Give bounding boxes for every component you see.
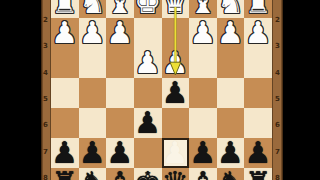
rank-label-left-6: 6 (40, 121, 51, 129)
square-b5 (217, 78, 245, 108)
square-c2: ♟ (189, 18, 217, 48)
rank-label-right-4: 4 (272, 69, 283, 77)
square-g5 (79, 78, 107, 108)
rank-label-right-2: 2 (272, 16, 283, 24)
white-pawn-h2: ♟ (51, 18, 78, 48)
square-d6 (162, 108, 190, 138)
square-c7: ♟ (189, 138, 217, 168)
square-g6 (79, 108, 107, 138)
square-e1: ♚ (134, 0, 162, 18)
square-g2: ♟ (79, 18, 107, 48)
rank-label-left-4: 4 (40, 69, 51, 77)
square-a8: ♜ (244, 168, 272, 180)
square-d7: ♟ (162, 138, 190, 168)
white-pawn-a2: ♟ (245, 18, 272, 48)
black-pawn-c7: ♟ (189, 138, 216, 168)
square-e6: ♟ (134, 108, 162, 138)
square-e8: ♚ (134, 168, 162, 180)
square-a4 (244, 48, 272, 78)
rank-label-left-3: 3 (40, 42, 51, 50)
rank-label-left-7: 7 (40, 148, 51, 156)
square-b2: ♟ (217, 18, 245, 48)
square-c1: ♝ (189, 0, 217, 18)
white-pawn-c2: ♟ (189, 18, 216, 48)
rank-label-right-5: 5 (272, 95, 283, 103)
square-h4 (51, 48, 79, 78)
square-c4 (189, 48, 217, 78)
white-bishop-c1: ♝ (189, 0, 216, 18)
letterbox-left (0, 0, 41, 180)
rank-label-left-2: 2 (40, 16, 51, 24)
chess-board: ♜♞♝♚♛♝♞♜♟♟♟♟♟♟♟♟♟♟♟♟♟♟♟♟♟♜♞♝♚♛♝♞♜ (51, 0, 272, 180)
white-pawn-f2: ♟ (107, 18, 134, 48)
white-queen-d1: ♛ (162, 0, 189, 18)
black-rook-h8: ♜ (51, 168, 78, 180)
square-f6 (106, 108, 134, 138)
black-king-e8: ♚ (134, 168, 161, 180)
black-pawn-b7: ♟ (217, 138, 244, 168)
square-f5 (106, 78, 134, 108)
square-d5: ♟ (162, 78, 190, 108)
black-pawn-e6: ♟ (134, 108, 161, 138)
black-pawn-a7: ♟ (245, 138, 272, 168)
square-e7 (134, 138, 162, 168)
rank-label-right-3: 3 (272, 42, 283, 50)
rank-label-right-8: 8 (272, 174, 283, 180)
square-h8: ♜ (51, 168, 79, 180)
square-g4 (79, 48, 107, 78)
white-rook-a1: ♜ (245, 0, 272, 18)
square-b1: ♞ (217, 0, 245, 18)
square-h1: ♜ (51, 0, 79, 18)
square-a2: ♟ (244, 18, 272, 48)
video-frame: ♜♞♝♚♛♝♞♜♟♟♟♟♟♟♟♟♟♟♟♟♟♟♟♟♟♜♞♝♚♛♝♞♜ 112233… (0, 0, 320, 180)
square-d1: ♛ (162, 0, 190, 18)
white-knight-b1: ♞ (217, 0, 244, 18)
white-bishop-f1: ♝ (107, 0, 134, 18)
square-h5 (51, 78, 79, 108)
black-knight-b8: ♞ (217, 168, 244, 180)
white-pawn-d4: ♟ (162, 48, 189, 78)
square-c6 (189, 108, 217, 138)
black-rook-a8: ♜ (245, 168, 272, 180)
black-pawn-h7: ♟ (51, 138, 78, 168)
rank-label-right-7: 7 (272, 148, 283, 156)
black-pawn-d5: ♟ (162, 78, 189, 108)
square-e5 (134, 78, 162, 108)
square-b8: ♞ (217, 168, 245, 180)
square-f1: ♝ (106, 0, 134, 18)
letterbox-right (283, 0, 320, 180)
square-a7: ♟ (244, 138, 272, 168)
square-a5 (244, 78, 272, 108)
square-f2: ♟ (106, 18, 134, 48)
white-pawn-g2: ♟ (79, 18, 106, 48)
square-h6 (51, 108, 79, 138)
square-d2 (162, 18, 190, 48)
square-f7: ♟ (106, 138, 134, 168)
white-pawn-b2: ♟ (217, 18, 244, 48)
rank-label-right-6: 6 (272, 121, 283, 129)
square-g8: ♞ (79, 168, 107, 180)
white-rook-h1: ♜ (51, 0, 78, 18)
black-pawn-f7: ♟ (107, 138, 134, 168)
rank-label-left-5: 5 (40, 95, 51, 103)
square-h7: ♟ (51, 138, 79, 168)
square-a6 (244, 108, 272, 138)
square-d4: ♟ (162, 48, 190, 78)
black-bishop-c8: ♝ (189, 168, 216, 180)
square-e2 (134, 18, 162, 48)
black-queen-d8: ♛ (162, 168, 189, 180)
square-d8: ♛ (162, 168, 190, 180)
white-king-e1: ♚ (134, 0, 161, 18)
square-f8: ♝ (106, 168, 134, 180)
black-pawn-g7: ♟ (79, 138, 106, 168)
square-h2: ♟ (51, 18, 79, 48)
square-c5 (189, 78, 217, 108)
ghost-pawn-d7: ♟ (162, 138, 190, 168)
square-b7: ♟ (217, 138, 245, 168)
square-f4 (106, 48, 134, 78)
square-c8: ♝ (189, 168, 217, 180)
square-a1: ♜ (244, 0, 272, 18)
square-g1: ♞ (79, 0, 107, 18)
square-e4: ♟ (134, 48, 162, 78)
square-g7: ♟ (79, 138, 107, 168)
white-pawn-e4: ♟ (134, 48, 161, 78)
rank-label-left-8: 8 (40, 174, 51, 180)
white-knight-g1: ♞ (79, 0, 106, 18)
square-b4 (217, 48, 245, 78)
square-b6 (217, 108, 245, 138)
black-bishop-f8: ♝ (107, 168, 134, 180)
black-knight-g8: ♞ (79, 168, 106, 180)
